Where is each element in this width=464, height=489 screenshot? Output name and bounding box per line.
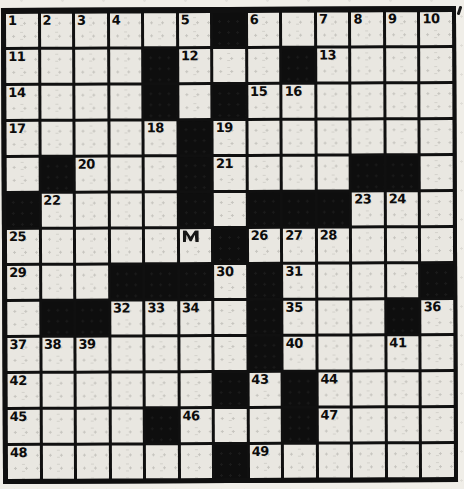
- cell-r12-c7[interactable]: [215, 409, 247, 442]
- cell-r10-c10[interactable]: [318, 336, 350, 369]
- cell-r5-c13[interactable]: [421, 156, 453, 189]
- cell-r1-c2[interactable]: 2: [41, 14, 73, 47]
- cell-r6-c12[interactable]: 24: [387, 192, 419, 225]
- cell-r12-c3[interactable]: [77, 410, 109, 443]
- cell-r9-c9[interactable]: 35: [284, 301, 316, 334]
- clue-number-2: 2: [43, 14, 52, 29]
- cell-r2-c3[interactable]: [75, 50, 107, 83]
- clue-number-38: 38: [44, 338, 61, 353]
- cell-r1-c9[interactable]: [282, 13, 314, 46]
- cell-r8-c3[interactable]: [76, 266, 108, 299]
- cell-r4-c11[interactable]: [352, 120, 384, 153]
- cell-r4-c8[interactable]: [248, 121, 280, 154]
- clue-number-37: 37: [9, 338, 26, 353]
- cell-r7-c9[interactable]: 27: [283, 229, 315, 262]
- cell-r13-c13[interactable]: [422, 444, 454, 477]
- clue-number-21: 21: [216, 157, 233, 172]
- cell-r7-c11[interactable]: [352, 228, 384, 261]
- cell-r7-c10[interactable]: 28: [318, 228, 350, 261]
- cell-r3-c1[interactable]: 14: [6, 86, 38, 119]
- cell-r11-c13[interactable]: [422, 372, 454, 405]
- cell-r5-c12-black: [387, 156, 419, 189]
- cell-r2-c10[interactable]: 13: [317, 48, 349, 81]
- cell-r3-c5-black: [144, 85, 176, 118]
- cell-r13-c5[interactable]: [146, 445, 178, 478]
- cell-r11-c1[interactable]: 42: [8, 374, 40, 407]
- cell-r6-c3[interactable]: [76, 194, 108, 227]
- cell-r8-c8-black: [249, 265, 281, 298]
- cell-r4-c1[interactable]: 17: [6, 122, 38, 155]
- cell-r5-c7[interactable]: 21: [214, 157, 246, 190]
- cell-r8-c2[interactable]: [42, 266, 74, 299]
- cell-r10-c11[interactable]: [353, 336, 385, 369]
- clue-number-13: 13: [319, 49, 336, 64]
- cell-r2-c1[interactable]: 11: [6, 50, 38, 83]
- cell-r1-c3[interactable]: 3: [75, 14, 107, 47]
- clue-number-8: 8: [353, 12, 362, 27]
- clue-number-49: 49: [252, 445, 269, 460]
- cell-r6-c2[interactable]: 22: [41, 194, 73, 227]
- cell-r3-c8[interactable]: 15: [248, 85, 280, 118]
- clue-number-48: 48: [10, 446, 27, 461]
- cell-r9-c2-black: [42, 302, 74, 335]
- cell-r8-c9[interactable]: 31: [283, 265, 315, 298]
- cell-r13-c1[interactable]: 48: [8, 446, 40, 479]
- clue-number-27: 27: [285, 229, 302, 244]
- cell-r2-c9-black: [282, 49, 314, 82]
- clue-number-15: 15: [250, 85, 267, 100]
- cell-r11-c2[interactable]: [42, 374, 74, 407]
- cell-r12-c5-black: [146, 409, 178, 442]
- clue-number-30: 30: [216, 265, 233, 280]
- cell-r9-c11[interactable]: [353, 300, 385, 333]
- cell-r7-c3[interactable]: [76, 230, 108, 263]
- clue-number-39: 39: [78, 338, 95, 353]
- cell-r5-c4[interactable]: [110, 157, 142, 190]
- cell-r8-c6-black: [180, 265, 212, 298]
- clue-number-34: 34: [182, 301, 199, 316]
- clue-number-24: 24: [389, 192, 406, 207]
- cell-r13-c7-black: [215, 445, 247, 478]
- cell-r2-c7[interactable]: [213, 49, 245, 82]
- cell-r7-c4[interactable]: [111, 229, 143, 262]
- cell-r12-c1[interactable]: 45: [8, 410, 40, 443]
- cell-r7-c5[interactable]: [145, 229, 177, 262]
- cell-r10-c5[interactable]: [146, 337, 178, 370]
- cell-r10-c13[interactable]: [422, 336, 454, 369]
- cell-r10-c1[interactable]: 37: [7, 338, 39, 371]
- cell-r10-c3[interactable]: 39: [76, 338, 108, 371]
- cell-r10-c9[interactable]: 40: [284, 337, 316, 370]
- cell-r5-c9[interactable]: [283, 157, 315, 190]
- cell-r10-c6[interactable]: [180, 337, 212, 370]
- cell-r9-c12-black: [387, 300, 419, 333]
- cell-r12-c4[interactable]: [111, 409, 143, 442]
- cell-r2-c13[interactable]: [421, 48, 453, 81]
- cell-r9-c10[interactable]: [318, 300, 350, 333]
- cell-r4-c10[interactable]: [317, 120, 349, 153]
- clue-number-44: 44: [320, 373, 337, 388]
- clue-number-7: 7: [319, 13, 328, 28]
- cell-r9-c1[interactable]: [7, 302, 39, 335]
- cell-r1-c1[interactable]: 1: [6, 14, 38, 47]
- clue-number-16: 16: [285, 85, 302, 100]
- cell-r6-c1-black: [7, 194, 39, 227]
- clue-number-42: 42: [10, 374, 27, 389]
- cell-r7-c12[interactable]: [387, 228, 419, 261]
- cell-r13-c12[interactable]: [388, 444, 420, 477]
- cell-r6-c7[interactable]: [214, 193, 246, 226]
- clue-number-43: 43: [251, 373, 268, 388]
- cell-r4-c6-black: [179, 121, 211, 154]
- clue-number-33: 33: [147, 301, 164, 316]
- cell-r1-c13[interactable]: 10: [420, 12, 452, 45]
- crossword-grid: 1234567891011121314151617181920212223242…: [1, 6, 458, 484]
- cell-r6-c5[interactable]: [145, 193, 177, 226]
- cell-r3-c4[interactable]: [110, 85, 142, 118]
- clue-number-28: 28: [320, 229, 337, 244]
- cell-r12-c12[interactable]: [388, 408, 420, 441]
- cell-r10-c12[interactable]: 41: [387, 336, 419, 369]
- cell-r3-c6[interactable]: [179, 85, 211, 118]
- cell-r3-c9[interactable]: 16: [283, 85, 315, 118]
- cell-r8-c7[interactable]: 30: [214, 265, 246, 298]
- cell-r2-c11[interactable]: [352, 48, 384, 81]
- cell-r3-c3[interactable]: [75, 86, 107, 119]
- cell-r4-c9[interactable]: [283, 121, 315, 154]
- cell-r8-c11[interactable]: [352, 264, 384, 297]
- cell-r9-c4[interactable]: 32: [111, 301, 143, 334]
- cell-r6-c9-black: [283, 193, 315, 226]
- cell-r3-c12[interactable]: [386, 84, 418, 117]
- cell-r13-c9[interactable]: [284, 445, 316, 478]
- clue-number-19: 19: [216, 121, 233, 136]
- clue-number-4: 4: [112, 13, 121, 28]
- cell-r4-c12[interactable]: [386, 120, 418, 153]
- cell-r1-c6[interactable]: 5: [179, 13, 211, 46]
- cell-r3-c2[interactable]: [41, 86, 73, 119]
- cell-r8-c10[interactable]: [318, 264, 350, 297]
- cell-r4-c4[interactable]: [110, 121, 142, 154]
- cell-r5-c3[interactable]: 20: [76, 158, 108, 191]
- cell-r2-c8[interactable]: [248, 49, 280, 82]
- cell-r10-c4[interactable]: [111, 337, 143, 370]
- cell-r9-c6[interactable]: 34: [180, 301, 212, 334]
- cell-r6-c6-black: [179, 193, 211, 226]
- clue-number-5: 5: [181, 13, 190, 28]
- cell-r12-c11[interactable]: [353, 408, 385, 441]
- cell-r8-c4-black: [111, 265, 143, 298]
- cell-r12-c6[interactable]: 46: [180, 409, 212, 442]
- cell-r11-c10[interactable]: 44: [318, 372, 350, 405]
- clue-number-35: 35: [286, 301, 303, 316]
- clue-number-47: 47: [321, 409, 338, 424]
- cell-r12-c10[interactable]: 47: [319, 408, 351, 441]
- cell-r3-c13[interactable]: [421, 84, 453, 117]
- cell-r7-c6[interactable]: [180, 229, 212, 262]
- clue-number-40: 40: [286, 337, 303, 352]
- clue-number-25: 25: [9, 230, 26, 245]
- cell-r1-c4[interactable]: 4: [110, 13, 142, 46]
- cell-r13-c8[interactable]: 49: [250, 445, 282, 478]
- cell-r12-c9-black: [284, 409, 316, 442]
- cell-r7-c1[interactable]: 25: [7, 230, 39, 263]
- clue-number-3: 3: [77, 14, 86, 29]
- cell-r11-c12[interactable]: [387, 372, 419, 405]
- cell-r3-c10[interactable]: [317, 84, 349, 117]
- cell-r9-c5[interactable]: 33: [145, 301, 177, 334]
- clue-number-32: 32: [113, 301, 130, 316]
- clue-number-31: 31: [285, 265, 302, 280]
- cell-r11-c6[interactable]: [180, 373, 212, 406]
- cell-r11-c7-black: [215, 373, 247, 406]
- cell-r12-c13[interactable]: [422, 408, 454, 441]
- cell-r1-c5[interactable]: [144, 13, 176, 46]
- cell-r4-c13[interactable]: [421, 120, 453, 153]
- cell-r9-c13[interactable]: 36: [422, 300, 454, 333]
- cell-r8-c13-black: [422, 264, 454, 297]
- cell-r7-c13[interactable]: [421, 228, 453, 261]
- clue-number-18: 18: [147, 121, 164, 136]
- cell-r4-c2[interactable]: [41, 122, 73, 155]
- clue-number-9: 9: [388, 12, 397, 27]
- clue-number-1: 1: [8, 14, 17, 29]
- cell-r5-c8[interactable]: [248, 157, 280, 190]
- clue-number-6: 6: [250, 13, 259, 28]
- clue-number-26: 26: [251, 229, 268, 244]
- cell-r8-c5-black: [145, 265, 177, 298]
- cell-r1-c10[interactable]: 7: [317, 12, 349, 45]
- ink-smudge: [183, 230, 199, 242]
- cell-r10-c7[interactable]: [215, 337, 247, 370]
- cell-r6-c8-black: [249, 193, 281, 226]
- cell-r13-c2[interactable]: [42, 446, 74, 479]
- cell-r8-c1[interactable]: 29: [7, 266, 39, 299]
- clue-number-12: 12: [181, 49, 198, 64]
- clue-number-41: 41: [389, 336, 406, 351]
- cell-r11-c3[interactable]: [77, 374, 109, 407]
- cell-r5-c11-black: [352, 156, 384, 189]
- cell-r4-c3[interactable]: [76, 122, 108, 155]
- cell-r4-c5[interactable]: 18: [145, 121, 177, 154]
- cell-r13-c6[interactable]: [181, 445, 213, 478]
- cell-r13-c11[interactable]: [353, 444, 385, 477]
- cell-r2-c6[interactable]: 12: [179, 49, 211, 82]
- cell-r9-c3-black: [76, 302, 108, 335]
- cell-r2-c12[interactable]: [386, 48, 418, 81]
- clue-number-14: 14: [8, 86, 25, 101]
- cell-r11-c4[interactable]: [111, 373, 143, 406]
- cell-r1-c8[interactable]: 6: [248, 13, 280, 46]
- clue-number-17: 17: [8, 122, 25, 137]
- cell-r5-c1[interactable]: [7, 158, 39, 191]
- cell-r7-c7-black: [214, 229, 246, 262]
- cell-r6-c11[interactable]: 23: [352, 192, 384, 225]
- cell-r13-c3[interactable]: [77, 446, 109, 479]
- cell-r2-c2[interactable]: [41, 50, 73, 83]
- cell-r12-c2[interactable]: [42, 410, 74, 443]
- cell-r1-c12[interactable]: 9: [386, 12, 418, 45]
- cell-r6-c10-black: [318, 192, 350, 225]
- cell-r13-c4[interactable]: [111, 445, 143, 478]
- cell-r12-c8[interactable]: [249, 409, 281, 442]
- clue-number-20: 20: [78, 158, 95, 173]
- clue-number-22: 22: [43, 194, 60, 209]
- cell-r5-c2-black: [41, 158, 73, 191]
- cell-r11-c11[interactable]: [353, 372, 385, 405]
- cell-r9-c8-black: [249, 301, 281, 334]
- clue-number-46: 46: [182, 409, 199, 424]
- clue-number-29: 29: [9, 266, 26, 281]
- cell-r3-c11[interactable]: [352, 84, 384, 117]
- cell-r13-c10[interactable]: [319, 444, 351, 477]
- clue-number-10: 10: [422, 12, 439, 27]
- cell-r5-c10[interactable]: [317, 156, 349, 189]
- cell-r11-c5[interactable]: [146, 373, 178, 406]
- cell-r7-c8[interactable]: 26: [249, 229, 281, 262]
- cell-r1-c7-black: [213, 13, 245, 46]
- cell-r8-c12[interactable]: [387, 264, 419, 297]
- cell-r1-c11[interactable]: 8: [351, 12, 383, 45]
- clue-number-23: 23: [354, 192, 371, 207]
- cell-r5-c5[interactable]: [145, 157, 177, 190]
- cell-r6-c4[interactable]: [110, 193, 142, 226]
- cell-r11-c9-black: [284, 373, 316, 406]
- clue-number-11: 11: [8, 50, 25, 65]
- ink-mark: [457, 6, 463, 15]
- cell-r2-c4[interactable]: [110, 49, 142, 82]
- clue-number-36: 36: [424, 300, 441, 315]
- cell-r10-c8-black: [249, 337, 281, 370]
- cell-r2-c5-black: [144, 49, 176, 82]
- cell-r3-c7-black: [214, 85, 246, 118]
- cell-r5-c6-black: [179, 157, 211, 190]
- cell-r11-c8[interactable]: 43: [249, 373, 281, 406]
- cell-r4-c7[interactable]: 19: [214, 121, 246, 154]
- cell-r10-c2[interactable]: 38: [42, 338, 74, 371]
- cell-r6-c13[interactable]: [421, 192, 453, 225]
- cell-r9-c7[interactable]: [214, 301, 246, 334]
- clue-number-45: 45: [10, 410, 27, 425]
- cell-r7-c2[interactable]: [41, 230, 73, 263]
